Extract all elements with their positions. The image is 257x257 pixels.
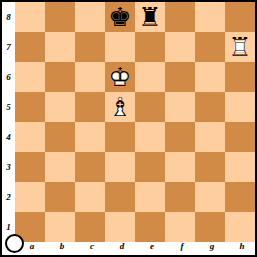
square-e7[interactable] — [135, 32, 165, 62]
square-b5[interactable] — [45, 92, 75, 122]
square-b4[interactable] — [45, 122, 75, 152]
rank-label-2: 2 — [2, 182, 15, 212]
white-bishop: ♗ — [105, 92, 135, 122]
square-g1[interactable] — [195, 212, 225, 242]
square-g7[interactable] — [195, 32, 225, 62]
chess-board: ♚♜♜♖♚♔♝♗ — [15, 2, 255, 242]
rank-label-6: 6 — [2, 62, 15, 92]
square-g4[interactable] — [195, 122, 225, 152]
square-f4[interactable] — [165, 122, 195, 152]
square-d8[interactable]: ♚ — [105, 2, 135, 32]
square-a8[interactable] — [15, 2, 45, 32]
square-f6[interactable] — [165, 62, 195, 92]
square-h6[interactable] — [225, 62, 255, 92]
square-c3[interactable] — [75, 152, 105, 182]
square-e2[interactable] — [135, 182, 165, 212]
file-label-h: h — [227, 240, 257, 253]
square-g6[interactable] — [195, 62, 225, 92]
square-c5[interactable] — [75, 92, 105, 122]
square-a5[interactable] — [15, 92, 45, 122]
square-g2[interactable] — [195, 182, 225, 212]
white-bishop-fill: ♝ — [105, 92, 135, 122]
square-g8[interactable] — [195, 2, 225, 32]
square-g5[interactable] — [195, 92, 225, 122]
square-h3[interactable] — [225, 152, 255, 182]
white-king: ♔ — [105, 62, 135, 92]
square-h5[interactable] — [225, 92, 255, 122]
square-h1[interactable] — [225, 212, 255, 242]
square-h8[interactable] — [225, 2, 255, 32]
black-king: ♚ — [105, 2, 135, 32]
square-c8[interactable] — [75, 2, 105, 32]
square-d4[interactable] — [105, 122, 135, 152]
square-f5[interactable] — [165, 92, 195, 122]
square-b2[interactable] — [45, 182, 75, 212]
square-b7[interactable] — [45, 32, 75, 62]
square-b1[interactable] — [45, 212, 75, 242]
square-e4[interactable] — [135, 122, 165, 152]
square-f7[interactable] — [165, 32, 195, 62]
square-c4[interactable] — [75, 122, 105, 152]
file-label-c: c — [77, 240, 107, 253]
square-f1[interactable] — [165, 212, 195, 242]
square-b8[interactable] — [45, 2, 75, 32]
square-a3[interactable] — [15, 152, 45, 182]
square-h2[interactable] — [225, 182, 255, 212]
white-rook: ♖ — [225, 32, 255, 62]
square-b6[interactable] — [45, 62, 75, 92]
square-e1[interactable] — [135, 212, 165, 242]
rank-labels: 87654321 — [2, 2, 15, 242]
square-a7[interactable] — [15, 32, 45, 62]
square-h7[interactable]: ♜♖ — [225, 32, 255, 62]
square-d7[interactable] — [105, 32, 135, 62]
square-h4[interactable] — [225, 122, 255, 152]
square-c7[interactable] — [75, 32, 105, 62]
square-e8[interactable]: ♜ — [135, 2, 165, 32]
white-to-move-circle-icon — [5, 234, 24, 253]
file-label-e: e — [137, 240, 167, 253]
white-king-fill: ♚ — [105, 62, 135, 92]
file-labels: abcdefgh — [17, 240, 257, 253]
rank-label-5: 5 — [2, 92, 15, 122]
square-d1[interactable] — [105, 212, 135, 242]
file-label-g: g — [197, 240, 227, 253]
square-d5[interactable]: ♝♗ — [105, 92, 135, 122]
square-d3[interactable] — [105, 152, 135, 182]
square-e3[interactable] — [135, 152, 165, 182]
rank-label-8: 8 — [2, 2, 15, 32]
file-label-b: b — [47, 240, 77, 253]
square-c2[interactable] — [75, 182, 105, 212]
rank-label-7: 7 — [2, 32, 15, 62]
white-rook-fill: ♜ — [225, 32, 255, 62]
square-d6[interactable]: ♚♔ — [105, 62, 135, 92]
square-a6[interactable] — [15, 62, 45, 92]
square-c1[interactable] — [75, 212, 105, 242]
board-area: 87654321 ♚♜♜♖♚♔♝♗ — [2, 2, 255, 242]
rank-label-4: 4 — [2, 122, 15, 152]
chess-diagram: 87654321 ♚♜♜♖♚♔♝♗ abcdefgh — [0, 0, 257, 257]
square-b3[interactable] — [45, 152, 75, 182]
square-f2[interactable] — [165, 182, 195, 212]
square-f8[interactable] — [165, 2, 195, 32]
black-rook: ♜ — [135, 2, 165, 32]
square-g3[interactable] — [195, 152, 225, 182]
square-d2[interactable] — [105, 182, 135, 212]
square-a2[interactable] — [15, 182, 45, 212]
square-c6[interactable] — [75, 62, 105, 92]
file-label-d: d — [107, 240, 137, 253]
file-label-f: f — [167, 240, 197, 253]
square-e6[interactable] — [135, 62, 165, 92]
square-e5[interactable] — [135, 92, 165, 122]
square-a4[interactable] — [15, 122, 45, 152]
square-f3[interactable] — [165, 152, 195, 182]
rank-label-3: 3 — [2, 152, 15, 182]
